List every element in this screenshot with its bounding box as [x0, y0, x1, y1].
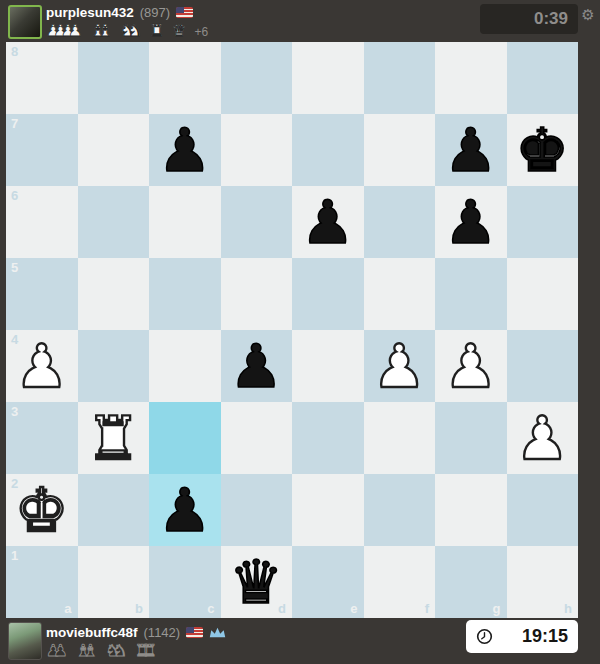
- piece-black-pawn[interactable]: ♟: [149, 114, 221, 186]
- square-e2[interactable]: [292, 474, 364, 546]
- material-advantage: +6: [194, 25, 208, 40]
- captured-piece-icon: ♝: [98, 23, 112, 38]
- square-e4[interactable]: [292, 330, 364, 402]
- captured-piece-icon: ♜: [142, 643, 156, 658]
- piece-black-pawn[interactable]: ♟: [435, 114, 507, 186]
- captured-piece-icon: ♟: [68, 23, 82, 38]
- piece-white-pawn[interactable]: ♟: [435, 330, 507, 402]
- square-e7[interactable]: [292, 114, 364, 186]
- captured-piece-icon: ♟: [53, 643, 67, 658]
- square-a1[interactable]: 1a: [6, 546, 78, 618]
- settings-gear-icon[interactable]: ⚙: [579, 6, 597, 24]
- square-a3[interactable]: 3: [6, 402, 78, 474]
- piece-black-pawn[interactable]: ♟: [221, 330, 293, 402]
- piece-black-queen[interactable]: ♛: [221, 546, 293, 618]
- square-g7[interactable]: ♟: [435, 114, 507, 186]
- square-c3[interactable]: [149, 402, 221, 474]
- square-c4[interactable]: [149, 330, 221, 402]
- captured-piece-icon: ♞: [113, 643, 127, 658]
- captured-white-group: ♛: [172, 23, 186, 38]
- square-h3[interactable]: ♟: [507, 402, 579, 474]
- square-h4[interactable]: [507, 330, 579, 402]
- square-d3[interactable]: [221, 402, 293, 474]
- square-e5[interactable]: [292, 258, 364, 330]
- bottom-player-clock: 19:15: [466, 620, 578, 653]
- square-c6[interactable]: [149, 186, 221, 258]
- diamond-membership-crown-icon: [209, 626, 226, 639]
- bottom-player-bar: moviebuffc48f (1142) ♟♟♝♝♞♞♜♜ 19:15: [0, 618, 600, 664]
- square-d7[interactable]: [221, 114, 293, 186]
- square-a6[interactable]: 6: [6, 186, 78, 258]
- square-c2[interactable]: ♟: [149, 474, 221, 546]
- top-player-clock: 0:39: [480, 4, 578, 34]
- square-c8[interactable]: [149, 42, 221, 114]
- captured-piece-icon: ♞: [127, 23, 141, 38]
- piece-black-pawn[interactable]: ♟: [292, 186, 364, 258]
- square-f4[interactable]: ♟: [364, 330, 436, 402]
- square-h6[interactable]: [507, 186, 579, 258]
- square-f8[interactable]: [364, 42, 436, 114]
- square-e3[interactable]: [292, 402, 364, 474]
- captured-white-group: ♞♞: [120, 23, 142, 38]
- piece-white-pawn[interactable]: ♟: [507, 402, 579, 474]
- square-a7[interactable]: 7: [6, 114, 78, 186]
- square-a8[interactable]: 8: [6, 42, 78, 114]
- captured-piece-icon: ♜: [150, 23, 164, 38]
- square-b3[interactable]: ♜: [78, 402, 150, 474]
- file-label-e: e: [350, 601, 357, 616]
- square-d8[interactable]: [221, 42, 293, 114]
- captured-black-group: ♞♞: [105, 643, 127, 658]
- square-g1[interactable]: g: [435, 546, 507, 618]
- square-b6[interactable]: [78, 186, 150, 258]
- square-c5[interactable]: [149, 258, 221, 330]
- top-player-avatar[interactable]: [8, 5, 42, 39]
- rank-label-7: 7: [11, 116, 18, 131]
- square-e1[interactable]: e: [292, 546, 364, 618]
- captured-piece-icon: ♝: [83, 643, 97, 658]
- captured-piece-icon: ♛: [172, 23, 186, 38]
- square-b2[interactable]: [78, 474, 150, 546]
- piece-black-pawn[interactable]: ♟: [435, 186, 507, 258]
- file-label-b: b: [135, 601, 143, 616]
- top-captured-pieces: ♟♟♟♟♝♝♞♞♜♛+6: [46, 22, 208, 38]
- bottom-player-rating: (1142): [144, 625, 181, 640]
- top-player-name[interactable]: purplesun432: [46, 5, 134, 20]
- square-d5[interactable]: [221, 258, 293, 330]
- file-label-a: a: [64, 601, 71, 616]
- square-f2[interactable]: [364, 474, 436, 546]
- square-d4[interactable]: ♟: [221, 330, 293, 402]
- square-b4[interactable]: [78, 330, 150, 402]
- captured-white-group: ♟♟♟♟: [46, 23, 82, 38]
- captured-black-group: ♝♝: [76, 643, 98, 658]
- square-a5[interactable]: 5: [6, 258, 78, 330]
- square-f1[interactable]: f: [364, 546, 436, 618]
- captured-black-group: ♟♟: [46, 643, 68, 658]
- piece-white-pawn[interactable]: ♟: [6, 330, 78, 402]
- square-g6[interactable]: ♟: [435, 186, 507, 258]
- piece-black-king[interactable]: ♚: [507, 114, 579, 186]
- chess-board: 87♟♟♚6♟♟54♟♟♟♟3♜♟2♚♟1abcd♛efgh: [6, 42, 578, 618]
- file-label-g: g: [493, 601, 501, 616]
- captured-black-group: ♜♜: [135, 643, 157, 658]
- square-g8[interactable]: [435, 42, 507, 114]
- square-g5[interactable]: [435, 258, 507, 330]
- rank-label-8: 8: [11, 44, 18, 59]
- rank-label-6: 6: [11, 188, 18, 203]
- us-flag-icon: [176, 7, 193, 18]
- captured-white-group: ♝♝: [90, 23, 112, 38]
- bottom-clock-time: 19:15: [522, 626, 568, 647]
- square-g3[interactable]: [435, 402, 507, 474]
- captured-white-group: ♜: [150, 23, 164, 38]
- square-b1[interactable]: b: [78, 546, 150, 618]
- square-d6[interactable]: [221, 186, 293, 258]
- square-f7[interactable]: [364, 114, 436, 186]
- square-f5[interactable]: [364, 258, 436, 330]
- square-c1[interactable]: c: [149, 546, 221, 618]
- rank-label-3: 3: [11, 404, 18, 419]
- square-h7[interactable]: ♚: [507, 114, 579, 186]
- file-label-f: f: [425, 601, 429, 616]
- square-b8[interactable]: [78, 42, 150, 114]
- bottom-player-avatar[interactable]: [8, 622, 42, 660]
- square-b7[interactable]: [78, 114, 150, 186]
- square-d2[interactable]: [221, 474, 293, 546]
- rank-label-1: 1: [11, 548, 18, 563]
- file-label-h: h: [564, 601, 572, 616]
- file-label-c: c: [207, 601, 214, 616]
- piece-black-pawn[interactable]: ♟: [149, 474, 221, 546]
- square-h5[interactable]: [507, 258, 579, 330]
- square-h2[interactable]: [507, 474, 579, 546]
- square-a2[interactable]: 2♚: [6, 474, 78, 546]
- piece-white-king[interactable]: ♚: [6, 474, 78, 546]
- square-g4[interactable]: ♟: [435, 330, 507, 402]
- square-f3[interactable]: [364, 402, 436, 474]
- square-h8[interactable]: [507, 42, 579, 114]
- piece-white-pawn[interactable]: ♟: [364, 330, 436, 402]
- top-player-bar: purplesun432 (897) ♟♟♟♟♝♝♞♞♜♛+6 0:39 ⚙: [0, 0, 600, 42]
- square-a4[interactable]: 4♟: [6, 330, 78, 402]
- square-h1[interactable]: h: [507, 546, 579, 618]
- square-g2[interactable]: [435, 474, 507, 546]
- piece-white-rook[interactable]: ♜: [78, 402, 150, 474]
- square-e6[interactable]: ♟: [292, 186, 364, 258]
- top-player-rating: (897): [140, 5, 170, 20]
- square-d1[interactable]: d♛: [221, 546, 293, 618]
- clock-icon: [476, 628, 493, 645]
- square-f6[interactable]: [364, 186, 436, 258]
- bottom-player-name[interactable]: moviebuffc48f: [46, 625, 138, 640]
- square-e8[interactable]: [292, 42, 364, 114]
- square-c7[interactable]: ♟: [149, 114, 221, 186]
- us-flag-icon: [186, 627, 203, 638]
- rank-label-5: 5: [11, 260, 18, 275]
- bottom-captured-pieces: ♟♟♝♝♞♞♜♜: [46, 642, 157, 658]
- square-b5[interactable]: [78, 258, 150, 330]
